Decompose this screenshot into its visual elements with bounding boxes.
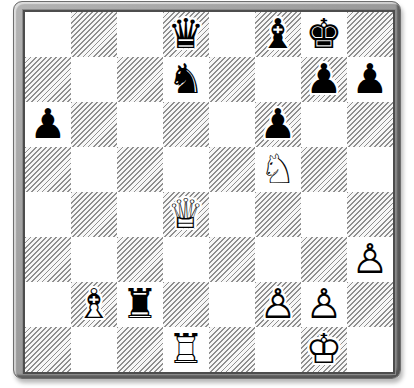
- white-knight-outline-glyph: ♘: [255, 147, 301, 192]
- square-c7[interactable]: [117, 57, 163, 102]
- black-knight-glyph: ♞: [163, 57, 209, 102]
- piece-white-queen[interactable]: ♛♕: [163, 192, 209, 237]
- white-rook-outline-glyph: ♖: [163, 327, 209, 372]
- black-pawn-glyph: ♟: [255, 102, 301, 147]
- square-g4[interactable]: [301, 192, 347, 237]
- square-b2[interactable]: ♝♗: [71, 282, 117, 327]
- black-king-glyph: ♚: [301, 12, 347, 57]
- square-d6[interactable]: [163, 102, 209, 147]
- square-h4[interactable]: [347, 192, 393, 237]
- square-c6[interactable]: [117, 102, 163, 147]
- square-h5[interactable]: [347, 147, 393, 192]
- square-a2[interactable]: [25, 282, 71, 327]
- square-c1[interactable]: [117, 327, 163, 372]
- square-b6[interactable]: [71, 102, 117, 147]
- square-f7[interactable]: [255, 57, 301, 102]
- square-f8[interactable]: ♝: [255, 12, 301, 57]
- square-f5[interactable]: ♞♘: [255, 147, 301, 192]
- square-h7[interactable]: ♟: [347, 57, 393, 102]
- piece-black-pawn[interactable]: ♟: [347, 57, 393, 102]
- white-pawn-outline-glyph: ♙: [347, 237, 393, 282]
- square-h1[interactable]: [347, 327, 393, 372]
- square-e2[interactable]: [209, 282, 255, 327]
- square-g2[interactable]: ♟♙: [301, 282, 347, 327]
- square-h6[interactable]: [347, 102, 393, 147]
- square-d3[interactable]: [163, 237, 209, 282]
- square-d4[interactable]: ♛♕: [163, 192, 209, 237]
- square-c2[interactable]: ♜: [117, 282, 163, 327]
- square-h8[interactable]: [347, 12, 393, 57]
- square-c8[interactable]: [117, 12, 163, 57]
- black-bishop-glyph: ♝: [255, 12, 301, 57]
- piece-white-rook[interactable]: ♜♖: [163, 327, 209, 372]
- piece-white-pawn[interactable]: ♟♙: [301, 282, 347, 327]
- white-king-outline-glyph: ♔: [301, 327, 347, 372]
- chess-diagram: ♛♝♚♞♟♟♟♟♞♘♛♕♟♙♝♗♜♟♙♟♙♜♖♚♔: [0, 0, 414, 388]
- black-pawn-glyph: ♟: [25, 102, 71, 147]
- square-a3[interactable]: [25, 237, 71, 282]
- square-a5[interactable]: [25, 147, 71, 192]
- piece-white-knight[interactable]: ♞♘: [255, 147, 301, 192]
- square-g7[interactable]: ♟: [301, 57, 347, 102]
- square-g3[interactable]: [301, 237, 347, 282]
- piece-black-queen[interactable]: ♛: [163, 12, 209, 57]
- board-frame: ♛♝♚♞♟♟♟♟♞♘♛♕♟♙♝♗♜♟♙♟♙♜♖♚♔: [13, 1, 401, 379]
- square-b4[interactable]: [71, 192, 117, 237]
- square-g5[interactable]: [301, 147, 347, 192]
- piece-black-rook[interactable]: ♜: [117, 282, 163, 327]
- piece-white-pawn[interactable]: ♟♙: [347, 237, 393, 282]
- square-b1[interactable]: [71, 327, 117, 372]
- square-b5[interactable]: [71, 147, 117, 192]
- square-h3[interactable]: ♟♙: [347, 237, 393, 282]
- white-queen-outline-glyph: ♕: [163, 192, 209, 237]
- piece-white-king[interactable]: ♚♔: [301, 327, 347, 372]
- square-h2[interactable]: [347, 282, 393, 327]
- piece-black-king[interactable]: ♚: [301, 12, 347, 57]
- square-f4[interactable]: [255, 192, 301, 237]
- square-e4[interactable]: [209, 192, 255, 237]
- square-g6[interactable]: [301, 102, 347, 147]
- piece-white-pawn[interactable]: ♟♙: [255, 282, 301, 327]
- chess-board: ♛♝♚♞♟♟♟♟♞♘♛♕♟♙♝♗♜♟♙♟♙♜♖♚♔: [23, 10, 395, 374]
- square-e5[interactable]: [209, 147, 255, 192]
- square-f2[interactable]: ♟♙: [255, 282, 301, 327]
- square-a1[interactable]: [25, 327, 71, 372]
- black-pawn-glyph: ♟: [347, 57, 393, 102]
- piece-black-pawn[interactable]: ♟: [255, 102, 301, 147]
- square-f1[interactable]: [255, 327, 301, 372]
- black-pawn-glyph: ♟: [301, 57, 347, 102]
- square-a6[interactable]: ♟: [25, 102, 71, 147]
- square-e7[interactable]: [209, 57, 255, 102]
- square-g1[interactable]: ♚♔: [301, 327, 347, 372]
- piece-black-pawn[interactable]: ♟: [25, 102, 71, 147]
- square-d1[interactable]: ♜♖: [163, 327, 209, 372]
- square-d2[interactable]: [163, 282, 209, 327]
- black-queen-glyph: ♛: [163, 12, 209, 57]
- square-d8[interactable]: ♛: [163, 12, 209, 57]
- square-e8[interactable]: [209, 12, 255, 57]
- white-pawn-outline-glyph: ♙: [255, 282, 301, 327]
- square-e3[interactable]: [209, 237, 255, 282]
- piece-black-knight[interactable]: ♞: [163, 57, 209, 102]
- square-c3[interactable]: [117, 237, 163, 282]
- square-f6[interactable]: ♟: [255, 102, 301, 147]
- piece-white-bishop[interactable]: ♝♗: [71, 282, 117, 327]
- square-e1[interactable]: [209, 327, 255, 372]
- square-b8[interactable]: [71, 12, 117, 57]
- square-g8[interactable]: ♚: [301, 12, 347, 57]
- square-d7[interactable]: ♞: [163, 57, 209, 102]
- square-b7[interactable]: [71, 57, 117, 102]
- white-bishop-outline-glyph: ♗: [71, 282, 117, 327]
- square-c5[interactable]: [117, 147, 163, 192]
- square-d5[interactable]: [163, 147, 209, 192]
- square-a8[interactable]: [25, 12, 71, 57]
- piece-black-bishop[interactable]: ♝: [255, 12, 301, 57]
- square-b3[interactable]: [71, 237, 117, 282]
- square-a4[interactable]: [25, 192, 71, 237]
- square-c4[interactable]: [117, 192, 163, 237]
- piece-black-pawn[interactable]: ♟: [301, 57, 347, 102]
- square-f3[interactable]: [255, 237, 301, 282]
- square-a7[interactable]: [25, 57, 71, 102]
- white-pawn-outline-glyph: ♙: [301, 282, 347, 327]
- square-e6[interactable]: [209, 102, 255, 147]
- black-rook-glyph: ♜: [117, 282, 163, 327]
